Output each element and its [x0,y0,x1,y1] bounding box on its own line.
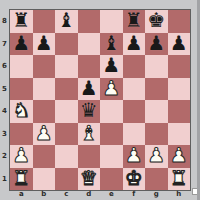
square-a6[interactable] [10,55,33,78]
rank-label-7: 7 [0,33,9,56]
square-c6[interactable] [55,55,78,78]
square-b8[interactable] [33,10,56,33]
file-label-c: c [55,190,78,200]
file-label-e: e [100,190,123,200]
square-b6[interactable] [33,55,56,78]
square-g2[interactable]: ♟ [145,145,168,168]
piece-black-pawn: ♟ [147,33,165,53]
square-a4[interactable]: ♞ [10,100,33,123]
square-c2[interactable] [55,145,78,168]
square-e4[interactable] [100,100,123,123]
square-f6[interactable] [123,55,146,78]
piece-white-pawn: ♟ [170,145,188,165]
square-h2[interactable]: ♟ [168,145,191,168]
square-h3[interactable] [168,123,191,146]
square-c7[interactable] [55,33,78,56]
square-d7[interactable] [78,33,101,56]
piece-black-pawn: ♟ [12,33,30,53]
piece-white-pawn: ♟ [125,145,143,165]
piece-white-pawn: ♟ [147,145,165,165]
square-a2[interactable]: ♟ [10,145,33,168]
file-label-h: h [168,190,191,200]
square-g3[interactable] [145,123,168,146]
piece-black-bishop: ♝ [102,33,120,53]
rank-label-6: 6 [0,55,9,78]
square-b5[interactable] [33,78,56,101]
square-g5[interactable] [145,78,168,101]
square-e7[interactable]: ♝ [100,33,123,56]
square-f4[interactable] [123,100,146,123]
file-label-d: d [78,190,101,200]
rank-label-8: 8 [0,10,9,33]
square-g8[interactable]: ♚ [145,10,168,33]
square-d4[interactable]: ♛ [78,100,101,123]
square-a3[interactable] [10,123,33,146]
square-h8[interactable] [168,10,191,33]
piece-black-king: ♚ [147,10,165,30]
square-h6[interactable] [168,55,191,78]
square-a5[interactable] [10,78,33,101]
piece-white-rook: ♜ [170,168,188,188]
piece-black-rook: ♜ [125,10,143,30]
square-f8[interactable]: ♜ [123,10,146,33]
rank-label-3: 3 [0,123,9,146]
piece-black-pawn: ♟ [35,33,53,53]
piece-white-rook: ♜ [12,168,30,188]
square-b2[interactable] [33,145,56,168]
square-d3[interactable]: ♝ [78,123,101,146]
square-d8[interactable] [78,10,101,33]
square-a8[interactable]: ♜ [10,10,33,33]
piece-black-pawn: ♟ [102,55,120,75]
rank-label-1: 1 [0,168,9,191]
square-c4[interactable] [55,100,78,123]
square-f7[interactable]: ♟ [123,33,146,56]
square-e5[interactable]: ♟ [100,78,123,101]
square-d6[interactable] [78,55,101,78]
square-f2[interactable]: ♟ [123,145,146,168]
square-e1[interactable] [100,168,123,191]
square-g6[interactable] [145,55,168,78]
piece-white-king: ♚ [125,168,143,188]
piece-white-queen: ♛ [80,168,98,188]
file-label-f: f [123,190,146,200]
square-e6[interactable]: ♟ [100,55,123,78]
piece-white-pawn: ♟ [102,78,120,98]
rank-label-5: 5 [0,78,9,101]
square-a1[interactable]: ♜ [10,168,33,191]
rank-label-2: 2 [0,145,9,168]
square-c3[interactable] [55,123,78,146]
piece-black-pawn: ♟ [125,33,143,53]
square-b4[interactable] [33,100,56,123]
square-h4[interactable] [168,100,191,123]
square-e2[interactable] [100,145,123,168]
square-d1[interactable]: ♛ [78,168,101,191]
piece-white-pawn: ♟ [12,145,30,165]
square-d2[interactable] [78,145,101,168]
square-h5[interactable] [168,78,191,101]
file-label-a: a [10,190,33,200]
square-f5[interactable] [123,78,146,101]
file-label-g: g [145,190,168,200]
square-e3[interactable] [100,123,123,146]
square-f3[interactable] [123,123,146,146]
piece-black-queen: ♛ [80,100,98,120]
piece-white-bishop: ♝ [80,123,98,143]
square-g4[interactable] [145,100,168,123]
square-b7[interactable]: ♟ [33,33,56,56]
square-e8[interactable] [100,10,123,33]
square-c8[interactable]: ♝ [55,10,78,33]
square-c1[interactable] [55,168,78,191]
square-h1[interactable]: ♜ [168,168,191,191]
piece-black-pawn: ♟ [80,78,98,98]
piece-black-rook: ♜ [12,10,30,30]
square-h7[interactable]: ♟ [168,33,191,56]
square-b1[interactable] [33,168,56,191]
square-b3[interactable]: ♟ [33,123,56,146]
square-g1[interactable] [145,168,168,191]
square-c5[interactable] [55,78,78,101]
square-f1[interactable]: ♚ [123,168,146,191]
piece-white-pawn: ♟ [35,123,53,143]
piece-black-pawn: ♟ [170,33,188,53]
rank-label-4: 4 [0,100,9,123]
square-a7[interactable]: ♟ [10,33,33,56]
square-d5[interactable]: ♟ [78,78,101,101]
file-label-b: b [33,190,56,200]
chess-board: ♜♝♜♚♟♟♝♟♟♟♟♟♟♞♛♟♝♟♟♟♟♜♛♚♜ [9,9,191,191]
window-edge-shade [197,0,200,200]
square-g7[interactable]: ♟ [145,33,168,56]
piece-white-knight: ♞ [12,100,30,120]
piece-black-bishop: ♝ [57,10,75,30]
